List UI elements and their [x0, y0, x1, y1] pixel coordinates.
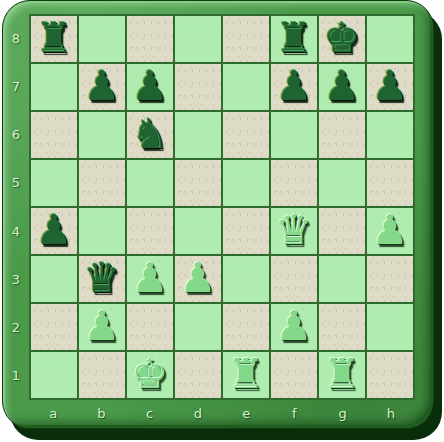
square-a8[interactable]: ♜	[31, 16, 77, 62]
piece-black-pawn: ♟	[276, 63, 313, 109]
square-a1[interactable]	[31, 352, 77, 398]
square-h3[interactable]	[367, 256, 413, 302]
piece-black-rook: ♜	[36, 15, 73, 61]
square-f5[interactable]	[271, 160, 317, 206]
piece-white-pawn: ♟	[180, 255, 217, 301]
square-g3[interactable]	[319, 256, 365, 302]
piece-white-pawn: ♟	[276, 303, 313, 349]
piece-white-rook: ♜	[324, 351, 361, 397]
square-d1[interactable]	[175, 352, 221, 398]
square-g1[interactable]: ♜	[319, 352, 365, 398]
rank-label-2: 2	[3, 304, 29, 352]
square-f1[interactable]	[271, 352, 317, 398]
file-label-c: c	[126, 400, 174, 426]
piece-black-knight: ♞	[132, 111, 169, 157]
square-d6[interactable]	[175, 112, 221, 158]
piece-black-pawn: ♟	[372, 63, 409, 109]
rank-label-6: 6	[3, 111, 29, 159]
file-label-h: h	[367, 400, 415, 426]
square-c3[interactable]: ♟	[127, 256, 173, 302]
square-d4[interactable]	[175, 208, 221, 254]
piece-black-rook: ♜	[276, 15, 313, 61]
square-b7[interactable]: ♟	[79, 64, 125, 110]
chess-app: 87654321 ♜♜♚♟♟♟♟♟♞♟♛♟♛♟♟♟♟♚♜♜ abcdefgh	[0, 0, 444, 442]
square-f2[interactable]: ♟	[271, 304, 317, 350]
piece-white-pawn: ♟	[132, 255, 169, 301]
piece-white-queen: ♛	[276, 207, 313, 253]
chess-board[interactable]: ♜♜♚♟♟♟♟♟♞♟♛♟♛♟♟♟♟♚♜♜	[29, 14, 415, 400]
rank-labels: 87654321	[3, 14, 29, 400]
square-d3[interactable]: ♟	[175, 256, 221, 302]
file-label-g: g	[319, 400, 367, 426]
square-d5[interactable]	[175, 160, 221, 206]
square-e4[interactable]	[223, 208, 269, 254]
rank-label-7: 7	[3, 62, 29, 110]
piece-white-pawn: ♟	[84, 303, 121, 349]
piece-black-pawn: ♟	[84, 63, 121, 109]
rank-label-8: 8	[3, 14, 29, 62]
piece-black-queen: ♛	[84, 255, 121, 301]
square-g4[interactable]	[319, 208, 365, 254]
square-g8[interactable]: ♚	[319, 16, 365, 62]
rank-label-5: 5	[3, 159, 29, 207]
square-e5[interactable]	[223, 160, 269, 206]
square-g6[interactable]	[319, 112, 365, 158]
square-h4[interactable]: ♟	[367, 208, 413, 254]
square-a4[interactable]: ♟	[31, 208, 77, 254]
square-a7[interactable]	[31, 64, 77, 110]
square-a5[interactable]	[31, 160, 77, 206]
square-h1[interactable]	[367, 352, 413, 398]
piece-black-pawn: ♟	[36, 207, 73, 253]
square-b6[interactable]	[79, 112, 125, 158]
square-e1[interactable]: ♜	[223, 352, 269, 398]
square-g2[interactable]	[319, 304, 365, 350]
square-b8[interactable]	[79, 16, 125, 62]
square-b4[interactable]	[79, 208, 125, 254]
square-a3[interactable]	[31, 256, 77, 302]
rank-label-4: 4	[3, 207, 29, 255]
file-label-e: e	[222, 400, 270, 426]
square-g7[interactable]: ♟	[319, 64, 365, 110]
square-a2[interactable]	[31, 304, 77, 350]
piece-white-rook: ♜	[228, 351, 265, 397]
square-h2[interactable]	[367, 304, 413, 350]
square-f8[interactable]: ♜	[271, 16, 317, 62]
square-c8[interactable]	[127, 16, 173, 62]
square-f7[interactable]: ♟	[271, 64, 317, 110]
square-c4[interactable]	[127, 208, 173, 254]
square-c1[interactable]: ♚	[127, 352, 173, 398]
square-f3[interactable]	[271, 256, 317, 302]
square-d2[interactable]	[175, 304, 221, 350]
square-a6[interactable]	[31, 112, 77, 158]
board-frame: 87654321 ♜♜♚♟♟♟♟♟♞♟♛♟♛♟♟♟♟♚♜♜ abcdefgh	[2, 0, 434, 429]
square-f6[interactable]	[271, 112, 317, 158]
file-label-b: b	[77, 400, 125, 426]
square-e6[interactable]	[223, 112, 269, 158]
square-e3[interactable]	[223, 256, 269, 302]
piece-black-pawn: ♟	[324, 63, 361, 109]
square-b2[interactable]: ♟	[79, 304, 125, 350]
square-e7[interactable]	[223, 64, 269, 110]
square-c2[interactable]	[127, 304, 173, 350]
piece-white-pawn: ♟	[372, 207, 409, 253]
square-b5[interactable]	[79, 160, 125, 206]
square-e2[interactable]	[223, 304, 269, 350]
square-c7[interactable]: ♟	[127, 64, 173, 110]
square-b3[interactable]: ♛	[79, 256, 125, 302]
file-labels: abcdefgh	[29, 400, 415, 426]
square-h7[interactable]: ♟	[367, 64, 413, 110]
square-d8[interactable]	[175, 16, 221, 62]
rank-label-1: 1	[3, 352, 29, 400]
piece-white-king: ♚	[132, 351, 169, 397]
file-label-d: d	[174, 400, 222, 426]
square-c6[interactable]: ♞	[127, 112, 173, 158]
square-h8[interactable]	[367, 16, 413, 62]
square-c5[interactable]	[127, 160, 173, 206]
square-h5[interactable]	[367, 160, 413, 206]
square-h6[interactable]	[367, 112, 413, 158]
file-label-a: a	[29, 400, 77, 426]
rank-label-3: 3	[3, 255, 29, 303]
square-d7[interactable]	[175, 64, 221, 110]
file-label-f: f	[270, 400, 318, 426]
square-g5[interactable]	[319, 160, 365, 206]
piece-black-king: ♚	[324, 15, 361, 61]
square-f4[interactable]: ♛	[271, 208, 317, 254]
square-e8[interactable]	[223, 16, 269, 62]
square-b1[interactable]	[79, 352, 125, 398]
piece-black-pawn: ♟	[132, 63, 169, 109]
